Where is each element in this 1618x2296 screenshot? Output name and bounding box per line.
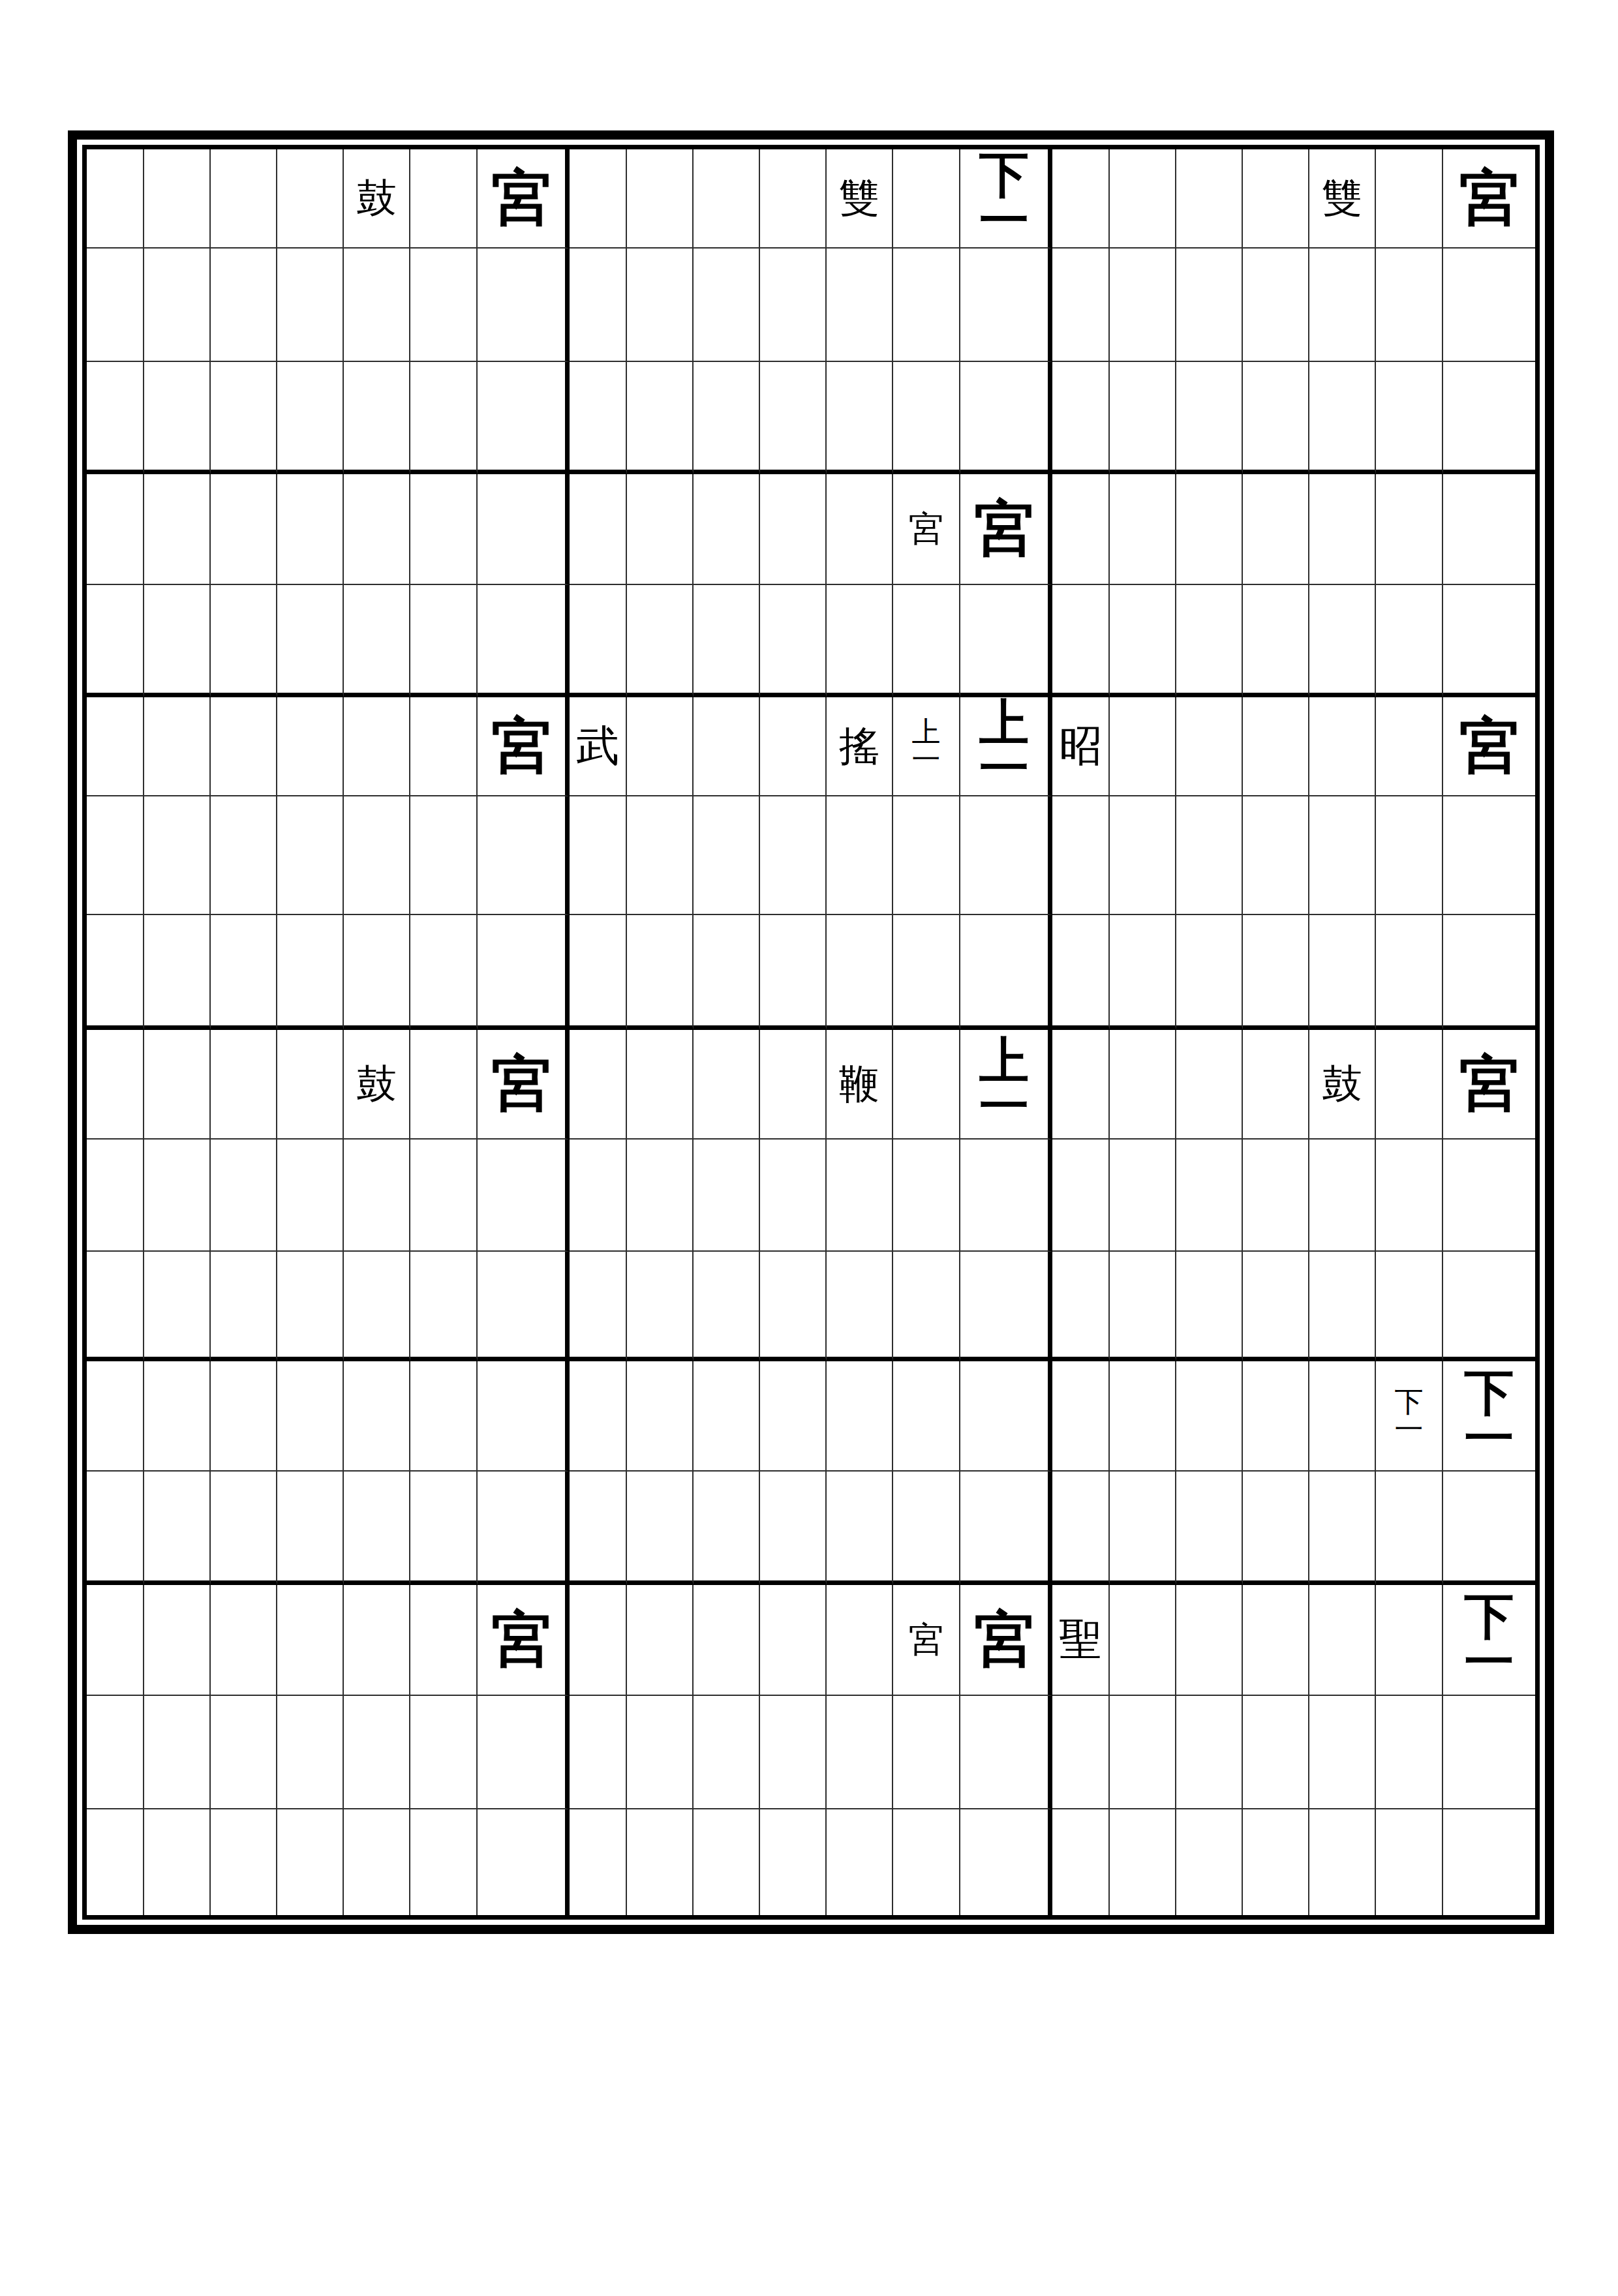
jeonggan-r5-c21 [1443, 585, 1535, 697]
jeonggan-r14-c5 [344, 1585, 410, 1696]
jeonggan-r13-c14 [960, 1472, 1052, 1585]
jeonggan-r1-c3 [211, 149, 277, 249]
jeonggan-r7-c19 [1309, 796, 1376, 915]
jeonggan-r11-c16 [1110, 1252, 1176, 1361]
jeonggan-r6-c4 [277, 697, 344, 796]
jeonggan-r14-c6 [410, 1585, 478, 1696]
jeonggan-r15-c10 [694, 1696, 760, 1809]
jeonggan-r13-c13 [893, 1472, 960, 1585]
jeonggan-r8-c14 [960, 915, 1052, 1030]
jeonggan-r9-c8 [570, 1030, 627, 1140]
jeonggan-r4-c19 [1309, 474, 1376, 585]
jeonggan-r8-c2 [144, 915, 211, 1030]
jeonggan-r8-c18 [1243, 915, 1309, 1030]
jeonggan-r15-c13 [893, 1696, 960, 1809]
jeonggan-r5-c7 [478, 585, 570, 697]
jeonggan-r7-c6 [410, 796, 478, 915]
jeonggan-r12-c6 [410, 1361, 478, 1472]
jeonggan-r6-c6 [410, 697, 478, 796]
jeonggan-r15-c12 [827, 1696, 893, 1809]
score-inner-frame: 鼓宮雙下一雙宮宮宮宮武搖上一上一昭宮鼓宮鞭上一鼓宮下一下一宮宮宮聖下一 [82, 145, 1540, 1920]
jeonggan-r2-c12 [827, 249, 893, 362]
jeonggan-r3-c19 [1309, 362, 1376, 474]
jeonggan-r13-c15 [1052, 1472, 1110, 1585]
jeonggan-r4-c7 [478, 474, 570, 585]
jeonggan-r2-c1 [87, 249, 144, 362]
jeonggan-r3-c11 [760, 362, 827, 474]
jeonggan-r12-c1 [87, 1361, 144, 1472]
jeonggan-r11-c3 [211, 1252, 277, 1361]
jeonggan-r4-c4 [277, 474, 344, 585]
jeonggan-r5-c13 [893, 585, 960, 697]
jeonggan-r2-c13 [893, 249, 960, 362]
jeonggan-r4-c12 [827, 474, 893, 585]
jeonggan-r10-c14 [960, 1140, 1052, 1252]
jeonggan-r14-c1 [87, 1585, 144, 1696]
jeonggan-r14-c7: 宮 [478, 1585, 570, 1696]
jeonggan-r15-c5 [344, 1696, 410, 1809]
jeonggan-r15-c19 [1309, 1696, 1376, 1809]
jeonggan-r6-c12: 搖 [827, 697, 893, 796]
jeonggan-r1-c12: 雙 [827, 149, 893, 249]
jeonggan-r8-c1 [87, 915, 144, 1030]
jeonggan-r16-c6 [410, 1809, 478, 1915]
jeonggan-r8-c19 [1309, 915, 1376, 1030]
jeonggan-r8-c15 [1052, 915, 1110, 1030]
jeonggan-r14-c9 [627, 1585, 694, 1696]
jeonggan-r7-c7 [478, 796, 570, 915]
jeonggan-r15-c7 [478, 1696, 570, 1809]
jeonggan-r1-c13 [893, 149, 960, 249]
jeonggan-r3-c7 [478, 362, 570, 474]
jeonggan-r5-c15 [1052, 585, 1110, 697]
jeonggan-r11-c2 [144, 1252, 211, 1361]
jeonggan-r9-c11 [760, 1030, 827, 1140]
jeonggan-r15-c2 [144, 1696, 211, 1809]
jeonggan-r11-c4 [277, 1252, 344, 1361]
jeonggan-r14-c13: 宮 [893, 1585, 960, 1696]
jeonggan-r12-c2 [144, 1361, 211, 1472]
jeonggan-r8-c8 [570, 915, 627, 1030]
pitch-glyph-small: 宮 [909, 1622, 944, 1657]
jeonggan-r9-c10 [694, 1030, 760, 1140]
jeonggan-r2-c9 [627, 249, 694, 362]
jeonggan-r10-c10 [694, 1140, 760, 1252]
pitch-glyph-large: 下一 [979, 153, 1029, 244]
jeonggan-r16-c19 [1309, 1809, 1376, 1915]
jeonggan-r10-c8 [570, 1140, 627, 1252]
jeonggan-r16-c14 [960, 1809, 1052, 1915]
jeonggan-r2-c14 [960, 249, 1052, 362]
jeonggan-r4-c11 [760, 474, 827, 585]
pitch-glyph-large: 宮 [974, 1610, 1034, 1670]
jeonggan-r9-c1 [87, 1030, 144, 1140]
jeonggan-r10-c7 [478, 1140, 570, 1252]
jeonggan-r9-c9 [627, 1030, 694, 1140]
jeonggan-r6-c20 [1376, 697, 1443, 796]
jeonggan-r15-c20 [1376, 1696, 1443, 1809]
jeonggan-r14-c8 [570, 1585, 627, 1696]
jeonggan-r1-c8 [570, 149, 627, 249]
jeonggan-r16-c9 [627, 1809, 694, 1915]
jeonggan-r15-c6 [410, 1696, 478, 1809]
jeonggan-r3-c8 [570, 362, 627, 474]
jeonggan-r14-c14: 宮 [960, 1585, 1052, 1696]
jeonggan-r16-c17 [1176, 1809, 1243, 1915]
jeonggan-r3-c18 [1243, 362, 1309, 474]
lyric-glyph: 昭 [1059, 725, 1102, 768]
jeonggan-r11-c6 [410, 1252, 478, 1361]
jeonggan-r11-c17 [1176, 1252, 1243, 1361]
jeonggan-r4-c2 [144, 474, 211, 585]
jeonggan-r4-c8 [570, 474, 627, 585]
jeonggan-r9-c14: 上一 [960, 1030, 1052, 1140]
jeonggan-r6-c10 [694, 697, 760, 796]
jeonggan-r4-c14: 宮 [960, 474, 1052, 585]
jeonggan-r6-c18 [1243, 697, 1309, 796]
jeonggan-r5-c1 [87, 585, 144, 697]
jeonggan-r10-c11 [760, 1140, 827, 1252]
jeonggan-r5-c4 [277, 585, 344, 697]
jeonggan-r2-c11 [760, 249, 827, 362]
jeonggan-r6-c5 [344, 697, 410, 796]
jeonggan-r6-c15: 昭 [1052, 697, 1110, 796]
pitch-glyph-large: 宮 [491, 168, 551, 228]
jeonggan-r6-c17 [1176, 697, 1243, 796]
jeonggan-r16-c3 [211, 1809, 277, 1915]
jeonggan-r2-c20 [1376, 249, 1443, 362]
jeonggan-r14-c21: 下一 [1443, 1585, 1535, 1696]
jeonggan-r4-c13: 宮 [893, 474, 960, 585]
jeonggan-r13-c17 [1176, 1472, 1243, 1585]
jeonggan-r5-c9 [627, 585, 694, 697]
jeonggan-r1-c17 [1176, 149, 1243, 249]
jeonggan-r12-c13 [893, 1361, 960, 1472]
jeonggan-r13-c19 [1309, 1472, 1376, 1585]
jeonggan-r12-c15 [1052, 1361, 1110, 1472]
jeonggan-r16-c18 [1243, 1809, 1309, 1915]
jeonggan-r7-c16 [1110, 796, 1176, 915]
janggu-stroke-glyph: 鼓 [356, 1064, 397, 1104]
jeonggan-r12-c18 [1243, 1361, 1309, 1472]
jeonggan-r2-c17 [1176, 249, 1243, 362]
janggu-stroke-glyph: 鼓 [356, 178, 397, 219]
jeonggan-r15-c17 [1176, 1696, 1243, 1809]
jeonggan-r6-c9 [627, 697, 694, 796]
jeonggan-r8-c21 [1443, 915, 1535, 1030]
jeonggan-r1-c19: 雙 [1309, 149, 1376, 249]
pitch-glyph-large: 宮 [491, 716, 551, 776]
jeonggan-r4-c10 [694, 474, 760, 585]
jeonggan-r15-c16 [1110, 1696, 1176, 1809]
jeonggan-r1-c16 [1110, 149, 1176, 249]
lyric-glyph: 聖 [1059, 1618, 1102, 1661]
jeonggan-r14-c20 [1376, 1585, 1443, 1696]
jeonggan-r13-c21 [1443, 1472, 1535, 1585]
jeonggan-r2-c16 [1110, 249, 1176, 362]
jeonggan-r12-c12 [827, 1361, 893, 1472]
jeonggan-r6-c1 [87, 697, 144, 796]
jeonggan-r5-c8 [570, 585, 627, 697]
jeonggan-r6-c13: 上一 [893, 697, 960, 796]
jeonggan-r10-c20 [1376, 1140, 1443, 1252]
pitch-glyph-small: 上一 [912, 719, 941, 774]
jeonggan-r5-c14 [960, 585, 1052, 697]
jeonggan-r10-c15 [1052, 1140, 1110, 1252]
jeonggan-r13-c16 [1110, 1472, 1176, 1585]
jeonggan-r14-c16 [1110, 1585, 1176, 1696]
jeonggan-r4-c18 [1243, 474, 1309, 585]
jeonggan-r5-c18 [1243, 585, 1309, 697]
jeonggan-r6-c21: 宮 [1443, 697, 1535, 796]
jeonggan-r8-c20 [1376, 915, 1443, 1030]
jeonggan-r7-c11 [760, 796, 827, 915]
jeonggan-r9-c4 [277, 1030, 344, 1140]
pitch-glyph-small: 下一 [1395, 1389, 1424, 1443]
pitch-glyph-large: 宮 [1459, 1054, 1519, 1114]
jeonggan-r11-c20 [1376, 1252, 1443, 1361]
jeonggan-r9-c20 [1376, 1030, 1443, 1140]
jeonggan-r5-c6 [410, 585, 478, 697]
jeonggan-r5-c3 [211, 585, 277, 697]
pitch-glyph-large: 宮 [974, 499, 1034, 559]
jeonggan-r4-c16 [1110, 474, 1176, 585]
jeonggan-r8-c4 [277, 915, 344, 1030]
jeonggan-r7-c4 [277, 796, 344, 915]
jeonggan-r16-c16 [1110, 1809, 1176, 1915]
jeonggan-r16-c12 [827, 1809, 893, 1915]
jeonggan-r10-c4 [277, 1140, 344, 1252]
jeonggan-r15-c3 [211, 1696, 277, 1809]
jeonggan-r2-c19 [1309, 249, 1376, 362]
pitch-glyph-small: 宮 [909, 511, 944, 547]
jeonggan-r1-c14: 下一 [960, 149, 1052, 249]
jeonggan-r3-c17 [1176, 362, 1243, 474]
jeonggan-r3-c9 [627, 362, 694, 474]
jeonggan-r2-c15 [1052, 249, 1110, 362]
jeonggan-r9-c17 [1176, 1030, 1243, 1140]
jeonggan-r8-c11 [760, 915, 827, 1030]
jeonggan-r6-c11 [760, 697, 827, 796]
jeonggan-r12-c14 [960, 1361, 1052, 1472]
jeonggan-r14-c10 [694, 1585, 760, 1696]
jeonggan-r4-c3 [211, 474, 277, 585]
jeonggan-r5-c10 [694, 585, 760, 697]
jeonggan-r7-c12 [827, 796, 893, 915]
jeonggan-r13-c6 [410, 1472, 478, 1585]
jeonggan-r13-c20 [1376, 1472, 1443, 1585]
jeonggan-r16-c8 [570, 1809, 627, 1915]
jeonggan-r7-c14 [960, 796, 1052, 915]
jeonggan-r12-c17 [1176, 1361, 1243, 1472]
jeonggan-r14-c11 [760, 1585, 827, 1696]
jeonggan-r2-c8 [570, 249, 627, 362]
jeonggan-r10-c13 [893, 1140, 960, 1252]
jeonggan-r5-c2 [144, 585, 211, 697]
janggu-stroke-glyph: 鼓 [1322, 1064, 1362, 1104]
jeonggan-r4-c1 [87, 474, 144, 585]
jeonggan-r13-c10 [694, 1472, 760, 1585]
jeonggan-r11-c11 [760, 1252, 827, 1361]
jeonggan-r7-c17 [1176, 796, 1243, 915]
jeonggan-r9-c12: 鞭 [827, 1030, 893, 1140]
jeonggan-r12-c8 [570, 1361, 627, 1472]
jeonggan-r1-c4 [277, 149, 344, 249]
jeonggan-r1-c6 [410, 149, 478, 249]
jeonggan-r3-c21 [1443, 362, 1535, 474]
jeonggan-r15-c8 [570, 1696, 627, 1809]
jeonggan-r7-c1 [87, 796, 144, 915]
jeonggan-r12-c16 [1110, 1361, 1176, 1472]
jeonggan-r4-c5 [344, 474, 410, 585]
jeonggan-r12-c9 [627, 1361, 694, 1472]
jeonggan-r16-c13 [893, 1809, 960, 1915]
jeonggan-r6-c2 [144, 697, 211, 796]
pitch-glyph-large: 下一 [1465, 1370, 1514, 1462]
jeonggan-r7-c18 [1243, 796, 1309, 915]
jeonggan-r9-c16 [1110, 1030, 1176, 1140]
jeonggan-r3-c13 [893, 362, 960, 474]
jeonggan-r10-c16 [1110, 1140, 1176, 1252]
jeonggan-r10-c5 [344, 1140, 410, 1252]
jeonggan-r11-c8 [570, 1252, 627, 1361]
jeonggan-r5-c12 [827, 585, 893, 697]
jeonggan-r15-c11 [760, 1696, 827, 1809]
jeonggan-r16-c4 [277, 1809, 344, 1915]
jeonggan-r13-c11 [760, 1472, 827, 1585]
jeonggan-r15-c9 [627, 1696, 694, 1809]
jeonggan-r11-c7 [478, 1252, 570, 1361]
jeonggan-r1-c7: 宮 [478, 149, 570, 249]
jeonggan-r12-c7 [478, 1361, 570, 1472]
jeonggan-r4-c15 [1052, 474, 1110, 585]
jeonggan-r2-c7 [478, 249, 570, 362]
jeonggan-r8-c3 [211, 915, 277, 1030]
jeonggan-r8-c10 [694, 915, 760, 1030]
jeonggan-r12-c20: 下一 [1376, 1361, 1443, 1472]
jeonggan-r7-c9 [627, 796, 694, 915]
jeonggan-r13-c1 [87, 1472, 144, 1585]
jeonggan-r11-c18 [1243, 1252, 1309, 1361]
jeonggan-r6-c8: 武 [570, 697, 627, 796]
jeonggan-r16-c15 [1052, 1809, 1110, 1915]
jeonggan-r7-c13 [893, 796, 960, 915]
jeonggan-r2-c5 [344, 249, 410, 362]
jeonggan-r11-c12 [827, 1252, 893, 1361]
jeonggan-r6-c16 [1110, 697, 1176, 796]
jeonggan-r9-c21: 宮 [1443, 1030, 1535, 1140]
jeonggan-r3-c20 [1376, 362, 1443, 474]
jeonggan-r14-c12 [827, 1585, 893, 1696]
jeonggan-r3-c2 [144, 362, 211, 474]
jeonggan-r8-c12 [827, 915, 893, 1030]
jeonggan-r10-c21 [1443, 1140, 1535, 1252]
jeonggan-r9-c15 [1052, 1030, 1110, 1140]
jeonggan-r14-c18 [1243, 1585, 1309, 1696]
jeonggan-r16-c20 [1376, 1809, 1443, 1915]
pitch-glyph-large: 宮 [1459, 716, 1519, 776]
jeonggan-r8-c17 [1176, 915, 1243, 1030]
jeonggan-r5-c5 [344, 585, 410, 697]
jeonggan-r15-c4 [277, 1696, 344, 1809]
pitch-glyph-large: 上一 [979, 701, 1029, 792]
janggu-stroke-glyph: 搖 [839, 726, 879, 766]
jeonggan-r9-c13 [893, 1030, 960, 1140]
jeonggan-r1-c20 [1376, 149, 1443, 249]
jeonggan-r10-c6 [410, 1140, 478, 1252]
pitch-glyph-large: 上一 [979, 1038, 1029, 1130]
jeonggan-r11-c5 [344, 1252, 410, 1361]
jeonggan-r13-c5 [344, 1472, 410, 1585]
jeonggan-r3-c10 [694, 362, 760, 474]
jeonggan-r6-c14: 上一 [960, 697, 1052, 796]
jeonggan-r5-c11 [760, 585, 827, 697]
jeonggan-r7-c2 [144, 796, 211, 915]
jeonggan-r15-c18 [1243, 1696, 1309, 1809]
jeonggan-r15-c15 [1052, 1696, 1110, 1809]
jeonggan-r4-c20 [1376, 474, 1443, 585]
janggu-stroke-glyph: 雙 [839, 178, 879, 219]
jeonggan-r12-c3 [211, 1361, 277, 1472]
jeonggan-r3-c4 [277, 362, 344, 474]
jeonggan-r13-c3 [211, 1472, 277, 1585]
jeonggan-r1-c21: 宮 [1443, 149, 1535, 249]
jeonggan-r3-c15 [1052, 362, 1110, 474]
jeonggan-r9-c6 [410, 1030, 478, 1140]
jeonggan-r10-c12 [827, 1140, 893, 1252]
janggu-stroke-glyph: 鞭 [839, 1064, 879, 1104]
jeonggan-r11-c10 [694, 1252, 760, 1361]
jeonggan-r2-c2 [144, 249, 211, 362]
jeonggan-r1-c2 [144, 149, 211, 249]
jeonggan-r16-c7 [478, 1809, 570, 1915]
jeonggan-r15-c1 [87, 1696, 144, 1809]
jeonggan-r2-c21 [1443, 249, 1535, 362]
jeonggan-r13-c18 [1243, 1472, 1309, 1585]
jeonggan-r4-c9 [627, 474, 694, 585]
jeonggan-r9-c18 [1243, 1030, 1309, 1140]
jeonggan-r16-c2 [144, 1809, 211, 1915]
jeonggan-r11-c21 [1443, 1252, 1535, 1361]
jeonggan-r8-c5 [344, 915, 410, 1030]
jeonggan-r7-c21 [1443, 796, 1535, 915]
jeonggan-r14-c15: 聖 [1052, 1585, 1110, 1696]
jeonggan-r13-c12 [827, 1472, 893, 1585]
pitch-glyph-large: 宮 [491, 1054, 551, 1114]
jeonggan-r3-c5 [344, 362, 410, 474]
jeonggan-r6-c19 [1309, 697, 1376, 796]
jeonggan-r9-c3 [211, 1030, 277, 1140]
jeonggan-r13-c8 [570, 1472, 627, 1585]
jeonggan-r8-c7 [478, 915, 570, 1030]
jeonggan-r2-c10 [694, 249, 760, 362]
jeonggan-r13-c9 [627, 1472, 694, 1585]
jeonggan-r10-c3 [211, 1140, 277, 1252]
jeonggan-r7-c10 [694, 796, 760, 915]
jeonggan-r10-c19 [1309, 1140, 1376, 1252]
jeonggan-r10-c17 [1176, 1140, 1243, 1252]
jeonggan-r15-c21 [1443, 1696, 1535, 1809]
lyric-glyph: 武 [576, 725, 619, 768]
jeonggan-r5-c19 [1309, 585, 1376, 697]
jeonggan-r8-c16 [1110, 915, 1176, 1030]
jeonggan-r16-c21 [1443, 1809, 1535, 1915]
pitch-glyph-large: 宮 [1459, 168, 1519, 228]
jeonggan-r10-c18 [1243, 1140, 1309, 1252]
jeonggan-r11-c1 [87, 1252, 144, 1361]
jeonggan-r11-c15 [1052, 1252, 1110, 1361]
jeonggan-r16-c10 [694, 1809, 760, 1915]
